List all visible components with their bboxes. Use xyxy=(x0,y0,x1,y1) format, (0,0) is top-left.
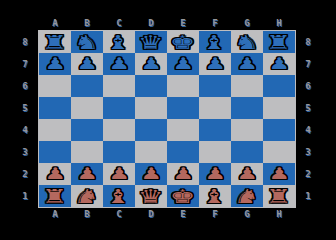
rank-label-left-8: 8 xyxy=(19,31,31,53)
rank-label-right-2: 2 xyxy=(302,163,314,185)
square-h5[interactable] xyxy=(263,97,295,119)
file-label-top-h: H xyxy=(263,18,295,28)
file-label-bottom-f: F xyxy=(199,209,231,219)
square-g8[interactable]: ♞ xyxy=(231,31,263,53)
piece-blue-bishop[interactable]: ♝ xyxy=(202,32,228,53)
file-label-bottom-b: B xyxy=(71,209,103,219)
square-b2[interactable]: ♟ xyxy=(71,163,103,185)
square-d4[interactable] xyxy=(135,119,167,141)
square-d5[interactable] xyxy=(135,97,167,119)
square-f5[interactable] xyxy=(199,97,231,119)
file-label-top-g: G xyxy=(231,18,263,28)
file-labels-top: ABCDEFGH xyxy=(39,18,295,27)
rank-labels-left: 87654321 xyxy=(19,31,31,207)
square-g1[interactable]: ♞ xyxy=(231,185,263,207)
square-e5[interactable] xyxy=(167,97,199,119)
square-d7[interactable]: ♟ xyxy=(135,53,167,75)
piece-red-pawn[interactable]: ♟ xyxy=(204,163,226,185)
square-a5[interactable] xyxy=(39,97,71,119)
piece-blue-knight[interactable]: ♞ xyxy=(74,32,100,53)
piece-blue-pawn[interactable]: ♟ xyxy=(172,53,194,75)
piece-red-rook[interactable]: ♜ xyxy=(42,186,68,207)
rank-label-left-4: 4 xyxy=(19,119,31,141)
square-a4[interactable] xyxy=(39,119,71,141)
square-a2[interactable]: ♟ xyxy=(39,163,71,185)
rank-label-left-3: 3 xyxy=(19,141,31,163)
square-h4[interactable] xyxy=(263,119,295,141)
square-d3[interactable] xyxy=(135,141,167,163)
file-label-top-f: F xyxy=(199,18,231,28)
square-a6[interactable] xyxy=(39,75,71,97)
square-a1[interactable]: ♜ xyxy=(39,185,71,207)
square-a7[interactable]: ♟ xyxy=(39,53,71,75)
square-f4[interactable] xyxy=(199,119,231,141)
square-d8[interactable]: ♛ xyxy=(135,31,167,53)
square-d6[interactable] xyxy=(135,75,167,97)
square-g2[interactable]: ♟ xyxy=(231,163,263,185)
square-e6[interactable] xyxy=(167,75,199,97)
rank-label-right-7: 7 xyxy=(302,53,314,75)
rank-label-right-1: 1 xyxy=(302,185,314,207)
file-label-top-a: A xyxy=(39,18,71,28)
file-label-top-b: B xyxy=(71,18,103,28)
square-g5[interactable] xyxy=(231,97,263,119)
piece-red-knight[interactable]: ♞ xyxy=(234,186,260,207)
piece-blue-pawn[interactable]: ♟ xyxy=(140,53,162,75)
piece-blue-rook[interactable]: ♜ xyxy=(266,32,292,53)
piece-red-pawn[interactable]: ♟ xyxy=(44,163,66,185)
file-labels-bottom: ABCDEFGH xyxy=(39,209,295,218)
file-label-top-c: C xyxy=(103,18,135,28)
piece-red-pawn[interactable]: ♟ xyxy=(108,163,130,185)
square-c6[interactable] xyxy=(103,75,135,97)
piece-blue-bishop[interactable]: ♝ xyxy=(106,32,132,53)
file-label-bottom-e: E xyxy=(167,209,199,219)
piece-red-pawn[interactable]: ♟ xyxy=(268,163,290,185)
piece-blue-pawn[interactable]: ♟ xyxy=(204,53,226,75)
piece-blue-pawn[interactable]: ♟ xyxy=(268,53,290,75)
square-f7[interactable]: ♟ xyxy=(199,53,231,75)
square-h6[interactable] xyxy=(263,75,295,97)
piece-blue-pawn[interactable]: ♟ xyxy=(236,53,258,75)
square-b5[interactable] xyxy=(71,97,103,119)
square-e2[interactable]: ♟ xyxy=(167,163,199,185)
square-c4[interactable] xyxy=(103,119,135,141)
file-label-bottom-a: A xyxy=(39,209,71,219)
file-label-bottom-d: D xyxy=(135,209,167,219)
square-g3[interactable] xyxy=(231,141,263,163)
square-f6[interactable] xyxy=(199,75,231,97)
file-label-top-d: D xyxy=(135,18,167,28)
piece-red-knight[interactable]: ♞ xyxy=(74,186,100,207)
file-label-bottom-g: G xyxy=(231,209,263,219)
piece-blue-knight[interactable]: ♞ xyxy=(234,32,260,53)
square-b6[interactable] xyxy=(71,75,103,97)
rank-labels-right: 87654321 xyxy=(302,31,314,207)
square-b1[interactable]: ♞ xyxy=(71,185,103,207)
rank-label-right-4: 4 xyxy=(302,119,314,141)
piece-blue-king[interactable]: ♚ xyxy=(170,32,196,53)
file-label-bottom-c: C xyxy=(103,209,135,219)
piece-red-pawn[interactable]: ♟ xyxy=(172,163,194,185)
rank-label-right-8: 8 xyxy=(302,31,314,53)
square-g4[interactable] xyxy=(231,119,263,141)
square-h2[interactable]: ♟ xyxy=(263,163,295,185)
square-b4[interactable] xyxy=(71,119,103,141)
square-e8[interactable]: ♚ xyxy=(167,31,199,53)
rank-label-right-5: 5 xyxy=(302,97,314,119)
square-f3[interactable] xyxy=(199,141,231,163)
piece-blue-rook[interactable]: ♜ xyxy=(42,32,68,53)
game-screen: ABCDEFGH 87654321 87654321 ♜♞♝♛♚♝♞♜♟♟♟♟♟… xyxy=(0,0,336,240)
square-h8[interactable]: ♜ xyxy=(263,31,295,53)
square-e4[interactable] xyxy=(167,119,199,141)
piece-blue-pawn[interactable]: ♟ xyxy=(108,53,130,75)
square-a8[interactable]: ♜ xyxy=(39,31,71,53)
square-c8[interactable]: ♝ xyxy=(103,31,135,53)
square-f1[interactable]: ♝ xyxy=(199,185,231,207)
square-h7[interactable]: ♟ xyxy=(263,53,295,75)
square-c2[interactable]: ♟ xyxy=(103,163,135,185)
square-h1[interactable]: ♜ xyxy=(263,185,295,207)
file-label-top-e: E xyxy=(167,18,199,28)
piece-red-queen[interactable]: ♛ xyxy=(138,186,164,207)
square-e3[interactable] xyxy=(167,141,199,163)
rank-label-left-7: 7 xyxy=(19,53,31,75)
square-d2[interactable]: ♟ xyxy=(135,163,167,185)
square-f8[interactable]: ♝ xyxy=(199,31,231,53)
rank-label-right-3: 3 xyxy=(302,141,314,163)
square-c5[interactable] xyxy=(103,97,135,119)
square-c1[interactable]: ♝ xyxy=(103,185,135,207)
square-f2[interactable]: ♟ xyxy=(199,163,231,185)
piece-blue-pawn[interactable]: ♟ xyxy=(44,53,66,75)
square-b3[interactable] xyxy=(71,141,103,163)
square-a3[interactable] xyxy=(39,141,71,163)
piece-red-king[interactable]: ♚ xyxy=(170,186,196,207)
square-b8[interactable]: ♞ xyxy=(71,31,103,53)
chess-board: ♜♞♝♛♚♝♞♜♟♟♟♟♟♟♟♟♟♟♟♟♟♟♟♟♜♞♝♛♚♝♞♜ xyxy=(38,30,296,208)
square-c3[interactable] xyxy=(103,141,135,163)
rank-label-left-2: 2 xyxy=(19,163,31,185)
rank-label-right-6: 6 xyxy=(302,75,314,97)
file-label-bottom-h: H xyxy=(263,209,295,219)
piece-blue-queen[interactable]: ♛ xyxy=(138,32,164,53)
square-c7[interactable]: ♟ xyxy=(103,53,135,75)
square-g6[interactable] xyxy=(231,75,263,97)
square-h3[interactable] xyxy=(263,141,295,163)
square-b7[interactable]: ♟ xyxy=(71,53,103,75)
piece-blue-pawn[interactable]: ♟ xyxy=(76,53,98,75)
square-d1[interactable]: ♛ xyxy=(135,185,167,207)
rank-label-left-6: 6 xyxy=(19,75,31,97)
piece-red-rook[interactable]: ♜ xyxy=(266,186,292,207)
rank-label-left-1: 1 xyxy=(19,185,31,207)
piece-red-pawn[interactable]: ♟ xyxy=(236,163,258,185)
square-g7[interactable]: ♟ xyxy=(231,53,263,75)
piece-red-pawn[interactable]: ♟ xyxy=(76,163,98,185)
piece-red-bishop[interactable]: ♝ xyxy=(202,186,228,207)
piece-red-pawn[interactable]: ♟ xyxy=(140,163,162,185)
square-e7[interactable]: ♟ xyxy=(167,53,199,75)
piece-red-bishop[interactable]: ♝ xyxy=(106,186,132,207)
rank-label-left-5: 5 xyxy=(19,97,31,119)
square-e1[interactable]: ♚ xyxy=(167,185,199,207)
